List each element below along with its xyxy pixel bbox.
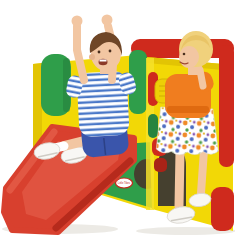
boy-eye-left (98, 51, 101, 54)
girl-leg-far (201, 150, 204, 193)
girl-shirt-hem (167, 106, 209, 113)
product-photo: Little Tikes Little Tikes (0, 0, 235, 235)
boy-hand-left (72, 16, 83, 27)
boy-eye-right (109, 50, 112, 53)
girl-leg-near (179, 152, 180, 206)
boy-arm-left (77, 26, 84, 80)
boy-teeth (100, 60, 107, 62)
inner-grip-lower (154, 158, 167, 172)
base-post (211, 187, 234, 231)
girl-eye (183, 53, 186, 56)
brand-logo: Little Tikes (116, 178, 133, 188)
boy-ear (89, 54, 95, 60)
girl-face (179, 46, 199, 68)
boy-hand-right (102, 15, 113, 26)
left-edge-green-grip (148, 114, 158, 138)
brand-logo-text: Little Tikes (118, 181, 131, 185)
right-edge-post (219, 45, 234, 167)
photo-canvas: Little Tikes Little Tikes (0, 0, 235, 235)
